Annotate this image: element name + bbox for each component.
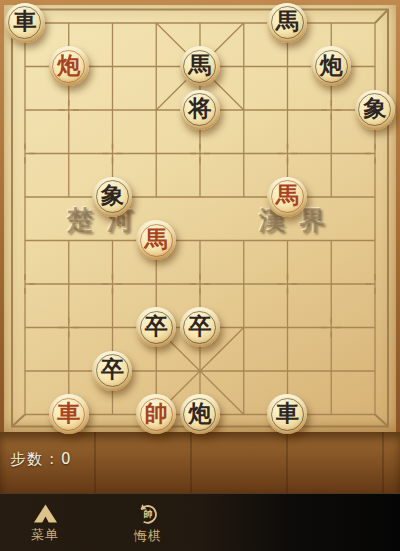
piece-red-車[interactable]: 車: [49, 394, 89, 434]
piece-black-馬[interactable]: 馬: [267, 3, 307, 43]
piece-black-卒[interactable]: 卒: [136, 307, 176, 347]
piece-glyph: 車: [13, 10, 36, 33]
undo-button[interactable]: 帥 悔棋: [116, 498, 180, 550]
undo-label: 悔棋: [134, 527, 162, 545]
piece-black-車[interactable]: 車: [5, 3, 45, 43]
piece-black-象[interactable]: 象: [92, 177, 132, 217]
xiangqi-app: 楚河 漢界 車馬馬炮将象象卒卒卒炮車炮馬馬車帥 步数：0 菜单 帥 悔棋 九游: [0, 0, 400, 551]
piece-glyph: 象: [101, 184, 124, 207]
menu-button[interactable]: 菜单: [13, 498, 77, 550]
piece-red-帥[interactable]: 帥: [136, 394, 176, 434]
piece-black-卒[interactable]: 卒: [92, 351, 132, 391]
piece-glyph: 馬: [276, 184, 299, 207]
piece-glyph: 炮: [188, 402, 211, 425]
piece-glyph: 馬: [145, 228, 168, 251]
piece-red-馬[interactable]: 馬: [267, 177, 307, 217]
piece-glyph: 帥: [145, 402, 168, 425]
piece-black-馬[interactable]: 馬: [180, 46, 220, 86]
piece-glyph: 卒: [101, 358, 124, 381]
steps-label: 步数：: [10, 450, 61, 468]
piece-layer[interactable]: 車馬馬炮将象象卒卒卒炮車炮馬馬車帥: [3, 1, 397, 436]
piece-red-馬[interactable]: 馬: [136, 220, 176, 260]
menu-label: 菜单: [31, 526, 59, 544]
piece-black-象[interactable]: 象: [355, 90, 395, 130]
piece-glyph: 炮: [57, 54, 80, 77]
piece-glyph: 馬: [188, 54, 211, 77]
bottom-toolbar: 菜单 帥 悔棋 九游: [0, 493, 400, 551]
status-band: 步数：0: [0, 432, 400, 493]
piece-red-炮[interactable]: 炮: [49, 46, 89, 86]
piece-black-炮[interactable]: 炮: [311, 46, 351, 86]
piece-black-炮[interactable]: 炮: [180, 394, 220, 434]
piece-black-将[interactable]: 将: [180, 90, 220, 130]
steps-value: 0: [61, 450, 73, 468]
undo-piece-icon: 帥: [137, 503, 159, 524]
piece-glyph: 卒: [145, 315, 168, 338]
piece-glyph: 炮: [320, 54, 343, 77]
piece-black-車[interactable]: 車: [267, 394, 307, 434]
piece-glyph: 車: [276, 402, 299, 425]
piece-glyph: 将: [188, 97, 211, 120]
piece-glyph: 車: [57, 402, 80, 425]
piece-glyph: 馬: [276, 10, 299, 33]
menu-mountain-icon: [33, 504, 58, 523]
piece-glyph: 象: [363, 97, 386, 120]
steps-counter: 步数：0: [10, 450, 73, 469]
piece-black-卒[interactable]: 卒: [180, 307, 220, 347]
board-zone: 楚河 漢界 車馬馬炮将象象卒卒卒炮車炮馬馬車帥: [0, 0, 400, 432]
svg-text:帥: 帥: [144, 509, 153, 519]
piece-glyph: 卒: [188, 315, 211, 338]
